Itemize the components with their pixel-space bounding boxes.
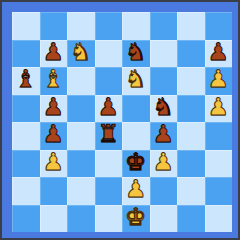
- piece-black-pawn[interactable]: ♟: [152, 121, 174, 149]
- square-e3[interactable]: ♚: [122, 150, 150, 178]
- square-f5[interactable]: ♞: [150, 95, 178, 123]
- square-a3[interactable]: [12, 150, 40, 178]
- square-b5[interactable]: ♟: [40, 95, 68, 123]
- square-b3[interactable]: ♟: [40, 150, 68, 178]
- square-e5[interactable]: [122, 95, 150, 123]
- square-b7[interactable]: ♟: [40, 40, 68, 68]
- square-e1[interactable]: ♚: [122, 205, 150, 233]
- square-h5[interactable]: ♟: [205, 95, 233, 123]
- piece-white-pawn[interactable]: ♟: [207, 94, 229, 122]
- square-a5[interactable]: [12, 95, 40, 123]
- square-c7[interactable]: ♞: [67, 40, 95, 68]
- piece-black-bishop[interactable]: ♝: [15, 66, 37, 94]
- square-f4[interactable]: ♟: [150, 122, 178, 150]
- square-h6[interactable]: ♟: [205, 67, 233, 95]
- piece-black-king[interactable]: ♚: [125, 149, 147, 177]
- square-d6[interactable]: [95, 67, 123, 95]
- square-c4[interactable]: [67, 122, 95, 150]
- piece-black-knight[interactable]: ♞: [152, 94, 174, 122]
- square-e4[interactable]: [122, 122, 150, 150]
- piece-white-bishop[interactable]: ♝: [42, 66, 64, 94]
- square-f8[interactable]: [150, 12, 178, 40]
- piece-white-pawn[interactable]: ♟: [152, 149, 174, 177]
- square-g5[interactable]: [177, 95, 205, 123]
- square-h8[interactable]: [205, 12, 233, 40]
- square-g1[interactable]: [177, 205, 205, 233]
- piece-black-pawn[interactable]: ♟: [207, 39, 229, 67]
- piece-black-pawn[interactable]: ♟: [97, 94, 119, 122]
- piece-white-knight[interactable]: ♞: [125, 66, 147, 94]
- square-a1[interactable]: [12, 205, 40, 233]
- square-a4[interactable]: [12, 122, 40, 150]
- square-d5[interactable]: ♟: [95, 95, 123, 123]
- square-c5[interactable]: [67, 95, 95, 123]
- chess-board[interactable]: ♟♞♞♟♝♝♞♟♟♟♞♟♟♜♟♟♚♟♟♚: [12, 12, 232, 232]
- square-d3[interactable]: [95, 150, 123, 178]
- chess-app-window: ♟♞♞♟♝♝♞♟♟♟♞♟♟♜♟♟♚♟♟♚: [0, 0, 240, 240]
- square-b4[interactable]: ♟: [40, 122, 68, 150]
- square-d8[interactable]: [95, 12, 123, 40]
- square-h3[interactable]: [205, 150, 233, 178]
- square-a2[interactable]: [12, 177, 40, 205]
- piece-white-knight[interactable]: ♞: [70, 39, 92, 67]
- square-f3[interactable]: ♟: [150, 150, 178, 178]
- square-f7[interactable]: [150, 40, 178, 68]
- square-h2[interactable]: [205, 177, 233, 205]
- square-c8[interactable]: [67, 12, 95, 40]
- square-g3[interactable]: [177, 150, 205, 178]
- piece-white-pawn[interactable]: ♟: [125, 176, 147, 204]
- piece-black-pawn[interactable]: ♟: [42, 121, 64, 149]
- square-c3[interactable]: [67, 150, 95, 178]
- square-h1[interactable]: [205, 205, 233, 233]
- square-a7[interactable]: [12, 40, 40, 68]
- square-c2[interactable]: [67, 177, 95, 205]
- square-f6[interactable]: [150, 67, 178, 95]
- square-g8[interactable]: [177, 12, 205, 40]
- square-e7[interactable]: ♞: [122, 40, 150, 68]
- square-c1[interactable]: [67, 205, 95, 233]
- square-a8[interactable]: [12, 12, 40, 40]
- square-b1[interactable]: [40, 205, 68, 233]
- square-h7[interactable]: ♟: [205, 40, 233, 68]
- square-a6[interactable]: ♝: [12, 67, 40, 95]
- square-e8[interactable]: [122, 12, 150, 40]
- square-g2[interactable]: [177, 177, 205, 205]
- square-d4[interactable]: ♜: [95, 122, 123, 150]
- piece-black-pawn[interactable]: ♟: [42, 39, 64, 67]
- square-d2[interactable]: [95, 177, 123, 205]
- square-b6[interactable]: ♝: [40, 67, 68, 95]
- square-g7[interactable]: [177, 40, 205, 68]
- square-g6[interactable]: [177, 67, 205, 95]
- piece-black-pawn[interactable]: ♟: [42, 94, 64, 122]
- square-f2[interactable]: [150, 177, 178, 205]
- square-b8[interactable]: [40, 12, 68, 40]
- square-d7[interactable]: [95, 40, 123, 68]
- piece-black-rook[interactable]: ♜: [97, 121, 119, 149]
- piece-white-pawn[interactable]: ♟: [42, 149, 64, 177]
- square-d1[interactable]: [95, 205, 123, 233]
- square-f1[interactable]: [150, 205, 178, 233]
- board-frame: ♟♞♞♟♝♝♞♟♟♟♞♟♟♜♟♟♚♟♟♚: [2, 2, 238, 238]
- square-g4[interactable]: [177, 122, 205, 150]
- square-b2[interactable]: [40, 177, 68, 205]
- square-e2[interactable]: ♟: [122, 177, 150, 205]
- square-c6[interactable]: [67, 67, 95, 95]
- square-h4[interactable]: [205, 122, 233, 150]
- piece-white-king[interactable]: ♚: [125, 204, 147, 232]
- piece-white-pawn[interactable]: ♟: [207, 66, 229, 94]
- square-e6[interactable]: ♞: [122, 67, 150, 95]
- piece-black-knight[interactable]: ♞: [125, 39, 147, 67]
